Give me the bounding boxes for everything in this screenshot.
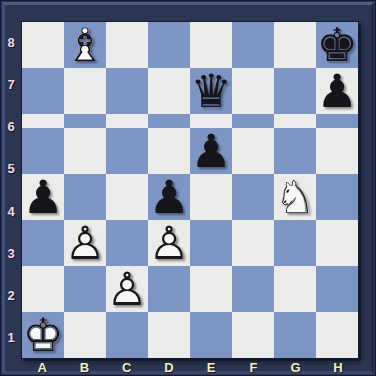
- square-g5[interactable]: [274, 128, 316, 174]
- square-a6[interactable]: [22, 114, 64, 128]
- square-c2[interactable]: ♟♙: [106, 266, 148, 312]
- square-d5[interactable]: [148, 128, 190, 174]
- piece-white-pawn[interactable]: ♟♙: [106, 266, 148, 312]
- square-d4[interactable]: ♟: [148, 174, 190, 220]
- piece-outline-glyph: ♙: [106, 266, 147, 312]
- piece-outline-glyph: ♙: [148, 220, 189, 266]
- piece-outline-glyph: ♗: [64, 22, 105, 68]
- piece-black-king[interactable]: ♚♚: [316, 22, 358, 68]
- square-a4[interactable]: ♟: [22, 174, 64, 220]
- file-label-d: D: [148, 358, 190, 376]
- square-f6[interactable]: [232, 114, 274, 128]
- rank-label-8: 8: [1, 21, 21, 63]
- square-e3[interactable]: [190, 220, 232, 266]
- piece-fill-glyph: ♟: [316, 68, 357, 114]
- square-g4[interactable]: ♞♘: [274, 174, 316, 220]
- rank-label-3: 3: [1, 232, 21, 274]
- piece-fill-glyph: ♟: [22, 174, 63, 220]
- square-b5[interactable]: [64, 128, 106, 174]
- square-e8[interactable]: [190, 22, 232, 68]
- rank-label-1: 1: [1, 317, 21, 359]
- square-c7[interactable]: [106, 68, 148, 114]
- piece-fill-glyph: ♟: [190, 128, 231, 174]
- file-label-e: E: [190, 358, 232, 376]
- square-h1[interactable]: [316, 312, 358, 358]
- square-g2[interactable]: [274, 266, 316, 312]
- square-d6[interactable]: [148, 114, 190, 128]
- square-e1[interactable]: [190, 312, 232, 358]
- square-e5[interactable]: ♟: [190, 128, 232, 174]
- square-e7[interactable]: ♛♛: [190, 68, 232, 114]
- square-b7[interactable]: [64, 68, 106, 114]
- square-a5[interactable]: [22, 128, 64, 174]
- square-c3[interactable]: [106, 220, 148, 266]
- piece-outline-glyph: ♙: [64, 220, 105, 266]
- piece-white-king[interactable]: ♚♔: [22, 312, 64, 358]
- square-h5[interactable]: [316, 128, 358, 174]
- square-f4[interactable]: [232, 174, 274, 220]
- square-a3[interactable]: [22, 220, 64, 266]
- rank-label-7: 7: [1, 63, 21, 105]
- square-d1[interactable]: [148, 312, 190, 358]
- square-d7[interactable]: [148, 68, 190, 114]
- square-g1[interactable]: [274, 312, 316, 358]
- file-label-g: G: [275, 358, 317, 376]
- square-a1[interactable]: ♚♔: [22, 312, 64, 358]
- square-c4[interactable]: [106, 174, 148, 220]
- square-b8[interactable]: ♝♗: [64, 22, 106, 68]
- square-h7[interactable]: ♟: [316, 68, 358, 114]
- chessboard: ♝♗♚♚♛♛♟♟♟♟♞♘♟♙♟♙♟♙♚♔: [21, 21, 359, 359]
- piece-white-bishop[interactable]: ♝♗: [64, 22, 106, 68]
- file-labels: ABCDEFGH: [21, 358, 359, 376]
- square-f2[interactable]: [232, 266, 274, 312]
- square-g3[interactable]: [274, 220, 316, 266]
- rank-label-4: 4: [1, 190, 21, 232]
- square-d2[interactable]: [148, 266, 190, 312]
- square-a2[interactable]: [22, 266, 64, 312]
- square-b2[interactable]: [64, 266, 106, 312]
- piece-white-pawn[interactable]: ♟♙: [64, 220, 106, 266]
- piece-black-pawn[interactable]: ♟: [148, 174, 190, 220]
- square-h4[interactable]: [316, 174, 358, 220]
- rank-label-2: 2: [1, 275, 21, 317]
- square-g6[interactable]: [274, 114, 316, 128]
- square-f5[interactable]: [232, 128, 274, 174]
- piece-white-pawn[interactable]: ♟♙: [148, 220, 190, 266]
- file-label-a: A: [21, 358, 63, 376]
- square-c8[interactable]: [106, 22, 148, 68]
- file-label-f: F: [232, 358, 274, 376]
- piece-outline-glyph: ♔: [22, 312, 63, 358]
- rank-label-5: 5: [1, 148, 21, 190]
- square-d8[interactable]: [148, 22, 190, 68]
- square-b4[interactable]: [64, 174, 106, 220]
- square-g7[interactable]: [274, 68, 316, 114]
- piece-white-knight[interactable]: ♞♘: [274, 174, 316, 220]
- piece-fill-glyph: ♟: [148, 174, 189, 220]
- file-label-b: B: [63, 358, 105, 376]
- piece-black-pawn[interactable]: ♟: [316, 68, 358, 114]
- square-h3[interactable]: [316, 220, 358, 266]
- square-b6[interactable]: [64, 114, 106, 128]
- file-label-h: H: [317, 358, 359, 376]
- piece-black-queen[interactable]: ♛♛: [190, 68, 232, 114]
- chessboard-frame: 87654321 ♝♗♚♚♛♛♟♟♟♟♞♘♟♙♟♙♟♙♚♔ ABCDEFGH: [0, 0, 376, 376]
- piece-outline-glyph: ♘: [274, 174, 315, 220]
- square-g8[interactable]: [274, 22, 316, 68]
- rank-label-6: 6: [1, 106, 21, 148]
- square-f1[interactable]: [232, 312, 274, 358]
- square-h6[interactable]: [316, 114, 358, 128]
- square-c5[interactable]: [106, 128, 148, 174]
- rank-labels: 87654321: [1, 21, 21, 359]
- square-b3[interactable]: ♟♙: [64, 220, 106, 266]
- square-e4[interactable]: [190, 174, 232, 220]
- file-label-c: C: [106, 358, 148, 376]
- square-h2[interactable]: [316, 266, 358, 312]
- square-f8[interactable]: [232, 22, 274, 68]
- piece-black-pawn[interactable]: ♟: [190, 128, 232, 174]
- square-b1[interactable]: [64, 312, 106, 358]
- square-c1[interactable]: [106, 312, 148, 358]
- square-e2[interactable]: [190, 266, 232, 312]
- square-c6[interactable]: [106, 114, 148, 128]
- square-f7[interactable]: [232, 68, 274, 114]
- piece-black-pawn[interactable]: ♟: [22, 174, 64, 220]
- square-a8[interactable]: [22, 22, 64, 68]
- square-h8[interactable]: ♚♚: [316, 22, 358, 68]
- square-a7[interactable]: [22, 68, 64, 114]
- square-f3[interactable]: [232, 220, 274, 266]
- square-d3[interactable]: ♟♙: [148, 220, 190, 266]
